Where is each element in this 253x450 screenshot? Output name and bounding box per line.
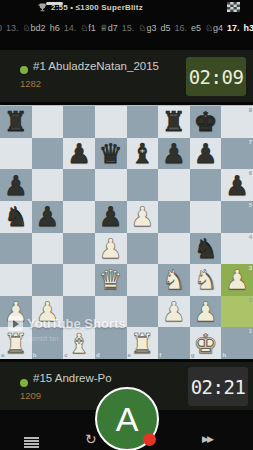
move-token[interactable]: ♘bd2 <box>23 23 46 33</box>
white-rook-a1[interactable]: ♜ <box>0 327 32 359</box>
square-c3[interactable] <box>63 264 95 296</box>
square-g4[interactable]: ♞ <box>190 233 222 265</box>
black-knight-a5[interactable]: ♞ <box>0 201 32 233</box>
move-token[interactable]: 0 <box>0 23 2 33</box>
black-pawn-d5[interactable]: ♟ <box>95 201 127 233</box>
rank-label-3: 3 <box>249 265 252 271</box>
white-pawn-e5[interactable]: ♟ <box>127 201 159 233</box>
black-pawn-g7[interactable]: ♟ <box>190 138 222 170</box>
online-dot <box>20 66 28 74</box>
black-pawn-b5[interactable]: ♟ <box>32 201 64 233</box>
square-d4[interactable]: ♟ <box>95 233 127 265</box>
square-d7[interactable]: ♛ <box>95 138 127 170</box>
fast-forward-icon[interactable]: ▶▶ <box>202 434 212 444</box>
youtube-play-icon <box>8 316 23 331</box>
file-label-b: b <box>33 352 37 358</box>
square-a4[interactable] <box>0 233 32 265</box>
square-e7[interactable]: ♝ <box>127 138 159 170</box>
square-h6[interactable]: ♟6 <box>221 169 253 201</box>
square-d1[interactable]: d <box>95 327 127 359</box>
square-f7[interactable]: ♟ <box>158 138 190 170</box>
rank-label-2: 2 <box>249 297 252 303</box>
clock-top: 02:09 <box>186 57 246 96</box>
square-f2[interactable]: ♟ <box>158 296 190 328</box>
white-pawn-f2[interactable]: ♟ <box>158 296 190 328</box>
move-token[interactable]: d5 <box>160 23 170 33</box>
square-g5[interactable] <box>190 201 222 233</box>
square-e1[interactable]: ♜e <box>127 327 159 359</box>
player-name-bottom[interactable]: #15 Andrew-Po <box>33 372 112 384</box>
move-token[interactable]: 14. <box>64 23 77 33</box>
move-token[interactable]: 13. <box>6 23 19 33</box>
square-f3[interactable]: ♞ <box>158 264 190 296</box>
player-panel-top: #1 AbuladzeNatan_2015 1282 02:09 <box>0 50 253 102</box>
square-e2[interactable] <box>127 296 159 328</box>
square-a3[interactable] <box>0 264 32 296</box>
move-token[interactable]: ♘g3 <box>138 23 156 33</box>
rank-label-4: 4 <box>249 234 252 240</box>
square-g6[interactable] <box>190 169 222 201</box>
watermark-subtitle: ance gambit fan <box>12 335 58 342</box>
square-h4[interactable]: 4 <box>221 233 253 265</box>
move-token[interactable]: h3 <box>244 23 253 33</box>
rank-label-7: 7 <box>249 139 252 145</box>
square-d6[interactable] <box>95 169 127 201</box>
square-h2[interactable]: 2 <box>221 296 253 328</box>
white-knight-g3[interactable]: ♞ <box>190 264 222 296</box>
player-rating-bottom: 1209 <box>20 390 41 401</box>
square-d3[interactable]: ♛ <box>95 264 127 296</box>
file-label-d: d <box>96 352 100 358</box>
black-rook-a8[interactable]: ♜ <box>0 106 32 138</box>
square-b6[interactable] <box>32 169 64 201</box>
rank-label-5: 5 <box>249 202 252 208</box>
square-a5[interactable]: ♞ <box>0 201 32 233</box>
square-e4[interactable] <box>127 233 159 265</box>
square-b1[interactable]: b <box>32 327 64 359</box>
square-h5[interactable]: 5 <box>221 201 253 233</box>
square-a1[interactable]: ♜a <box>0 327 32 359</box>
white-king-g1[interactable]: ♚ <box>190 327 222 359</box>
square-f8[interactable]: ♜ <box>158 106 190 138</box>
square-e5[interactable]: ♟ <box>127 201 159 233</box>
square-a7[interactable] <box>0 138 32 170</box>
black-pawn-f7[interactable]: ♟ <box>158 138 190 170</box>
rank-label-8: 8 <box>249 107 252 113</box>
square-h3[interactable]: ♟3 <box>221 264 253 296</box>
black-queen-d7[interactable]: ♛ <box>95 138 127 170</box>
square-g3[interactable]: ♞ <box>190 264 222 296</box>
square-c1[interactable]: ♝c <box>63 327 95 359</box>
square-f6[interactable] <box>158 169 190 201</box>
square-g2[interactable]: ♟ <box>190 296 222 328</box>
square-c7[interactable]: ♟ <box>63 138 95 170</box>
file-label-f: f <box>159 352 161 358</box>
square-h1[interactable]: 1h <box>221 327 253 359</box>
flip-board-icon[interactable]: ↻ <box>85 431 97 447</box>
move-list[interactable]: 013.♘bd2h614.♘f1♕d715.♘g3d516.e5♘g417.h3 <box>0 20 253 35</box>
analysis-board-icon[interactable] <box>227 2 240 12</box>
white-queen-d3[interactable]: ♛ <box>95 264 127 296</box>
move-token[interactable]: ♘g4 <box>205 23 223 33</box>
white-rook-e1[interactable]: ♜ <box>127 327 159 359</box>
square-c5[interactable] <box>63 201 95 233</box>
square-g1[interactable]: ♚g <box>190 327 222 359</box>
square-e8[interactable] <box>127 106 159 138</box>
white-knight-f3[interactable]: ♞ <box>158 264 190 296</box>
move-token[interactable]: 16. <box>174 23 187 33</box>
move-token[interactable]: h6 <box>50 23 60 33</box>
square-d8[interactable] <box>95 106 127 138</box>
square-h8[interactable]: 8 <box>221 106 253 138</box>
square-b4[interactable] <box>32 233 64 265</box>
file-label-c: c <box>64 352 67 358</box>
avatar-letter: A <box>116 400 139 439</box>
square-b3[interactable] <box>32 264 64 296</box>
move-token[interactable]: 15. <box>122 23 135 33</box>
file-label-e: e <box>128 352 131 358</box>
record-dot-icon <box>143 433 156 446</box>
black-bishop-e7[interactable]: ♝ <box>127 138 159 170</box>
tournament-title: 2:55 • ≤1300 SuperBlitz <box>51 3 143 12</box>
file-label-g: g <box>191 352 195 358</box>
move-token[interactable]: 17. <box>227 23 240 33</box>
move-token[interactable]: e5 <box>191 23 201 33</box>
square-c6[interactable] <box>63 169 95 201</box>
player-name-top[interactable]: #1 AbuladzeNatan_2015 <box>33 60 159 72</box>
top-status-bar: 2:55 • ≤1300 SuperBlitz <box>0 0 253 16</box>
black-king-g8[interactable]: ♚ <box>190 106 222 138</box>
square-e6[interactable] <box>127 169 159 201</box>
player-rating-top: 1282 <box>20 78 41 89</box>
square-f5[interactable] <box>158 201 190 233</box>
move-token[interactable]: ♘f1 <box>80 23 96 33</box>
square-c8[interactable] <box>63 106 95 138</box>
file-label-a: a <box>1 352 4 358</box>
trophy-icon <box>38 3 47 12</box>
square-f4[interactable] <box>158 233 190 265</box>
square-g8[interactable]: ♚ <box>190 106 222 138</box>
clock-bottom: 02:21 <box>188 367 248 406</box>
rank-label-6: 6 <box>249 170 252 176</box>
square-e3[interactable] <box>127 264 159 296</box>
square-b5[interactable]: ♟ <box>32 201 64 233</box>
square-a8[interactable]: ♜ <box>0 106 32 138</box>
move-list-menu-icon[interactable] <box>24 437 39 448</box>
black-pawn-c7[interactable]: ♟ <box>63 138 95 170</box>
square-f1[interactable]: f <box>158 327 190 359</box>
square-d5[interactable]: ♟ <box>95 201 127 233</box>
black-pawn-a6[interactable]: ♟ <box>0 169 32 201</box>
youtube-shorts-watermark: YouTube Shorts <box>8 316 125 331</box>
white-pawn-g2[interactable]: ♟ <box>190 296 222 328</box>
square-c4[interactable] <box>63 233 95 265</box>
black-rook-f8[interactable]: ♜ <box>158 106 190 138</box>
app-window: 2:55 • ≤1300 SuperBlitz 013.♘bd2h614.♘f1… <box>0 0 253 450</box>
square-b8[interactable] <box>32 106 64 138</box>
watermark-title: YouTube Shorts <box>27 316 125 331</box>
file-label-h: h <box>222 352 226 358</box>
square-h7[interactable]: 7 <box>221 138 253 170</box>
move-token[interactable]: ♕d7 <box>100 23 118 33</box>
black-knight-g4[interactable]: ♞ <box>190 233 222 265</box>
online-dot <box>20 379 28 387</box>
square-b7[interactable] <box>32 138 64 170</box>
white-pawn-d4[interactable]: ♟ <box>95 233 127 265</box>
rank-label-1: 1 <box>249 328 252 334</box>
square-a6[interactable]: ♟ <box>0 169 32 201</box>
square-g7[interactable]: ♟ <box>190 138 222 170</box>
